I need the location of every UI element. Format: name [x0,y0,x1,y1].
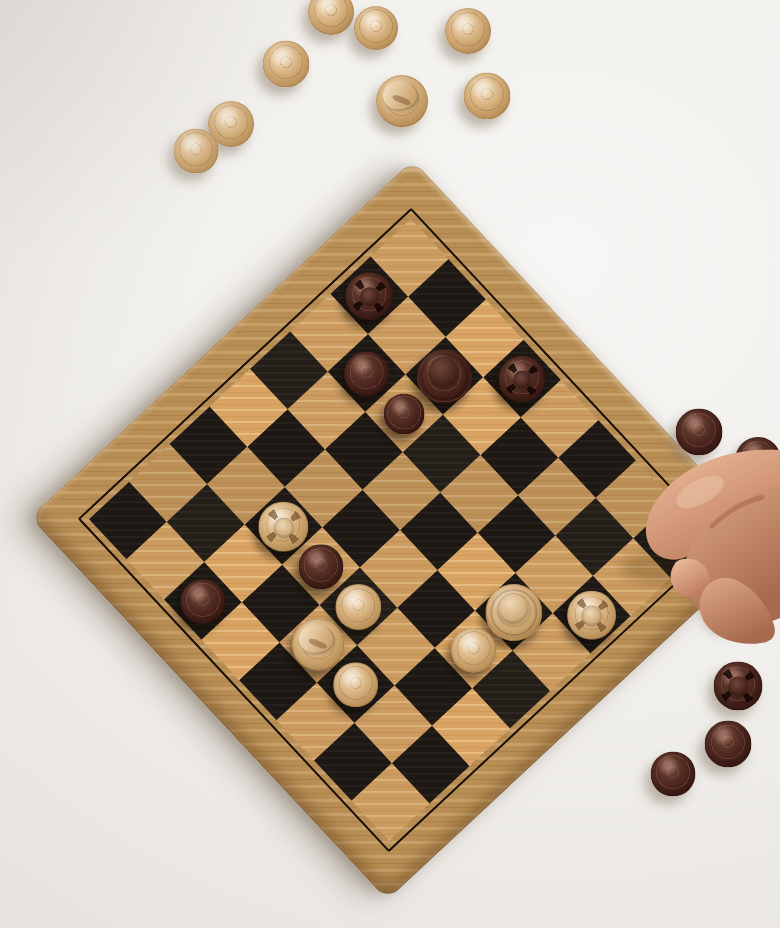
piece-light-pawn[interactable] [308,0,354,35]
piece-light-pawn-f2[interactable] [333,662,378,707]
piece-light-pawn[interactable] [174,129,219,174]
piece-dark-rook[interactable] [714,662,763,711]
piece-dark-pawn-c6[interactable] [384,393,425,434]
piece-dark-rook-d8[interactable] [499,355,546,402]
piece-dark-pawn-b6[interactable] [344,351,389,396]
piece-dark-pawn[interactable] [705,721,752,768]
tabletop-scene [0,0,780,928]
piece-dark-pawn-c1[interactable] [180,578,225,623]
piece-light-rook-c3[interactable] [258,501,308,551]
piece-light-knight-e2[interactable] [292,618,344,670]
player-hand [550,390,780,660]
piece-light-pawn-e3[interactable] [335,583,381,629]
piece-dark-pawn[interactable] [651,752,696,797]
piece-light-pawn-g4[interactable] [451,627,496,672]
piece-light-knight[interactable] [376,75,428,127]
piece-dark-rook-a7[interactable] [345,271,393,319]
piece-light-pawn[interactable] [464,73,511,120]
piece-light-pawn[interactable] [445,8,491,54]
piece-dark-king-c7[interactable] [417,348,472,403]
piece-light-king-g5[interactable] [485,583,542,640]
piece-dark-pawn-d3[interactable] [298,544,343,589]
piece-light-pawn[interactable] [263,41,310,88]
piece-light-pawn[interactable] [354,6,398,50]
